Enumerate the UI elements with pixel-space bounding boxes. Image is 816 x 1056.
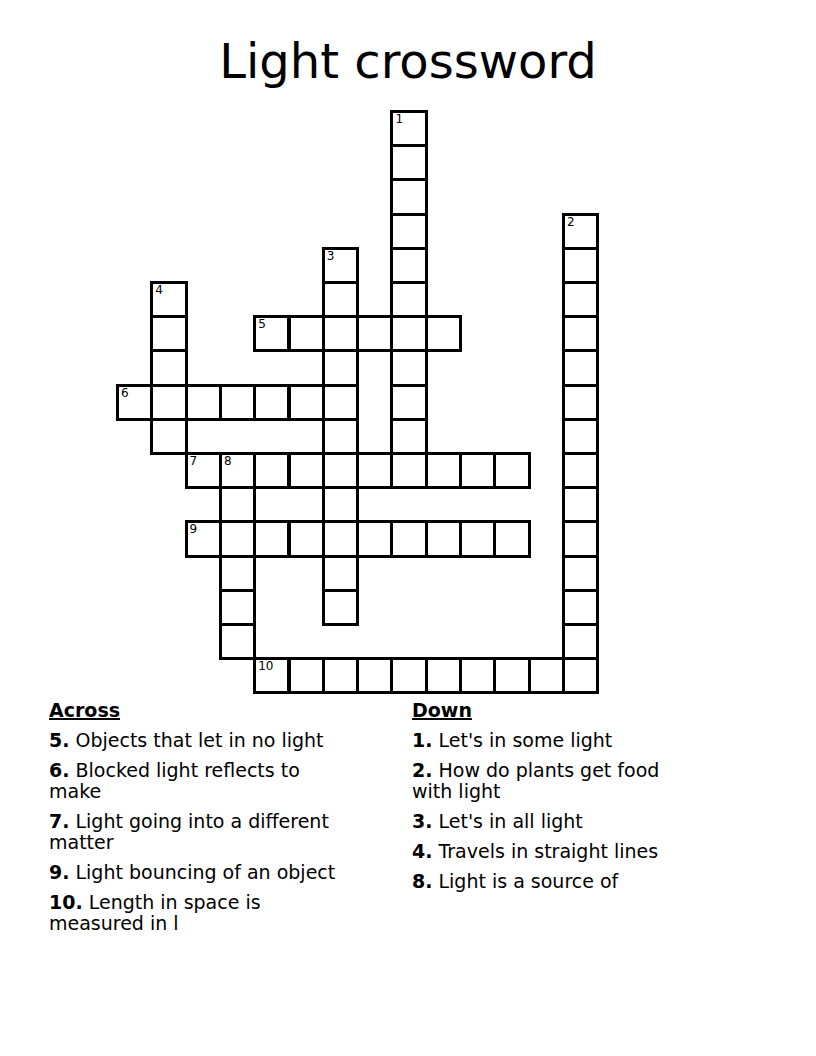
clue-item: 10. Length in space is measured in l — [49, 892, 345, 934]
grid-cell[interactable] — [150, 418, 187, 455]
cell-number: 9 — [190, 523, 198, 536]
clue-item: 7. Light going into a different matter — [49, 811, 345, 853]
grid-cell[interactable] — [425, 315, 462, 352]
grid-cell[interactable] — [356, 657, 393, 694]
grid-cell[interactable] — [459, 452, 496, 489]
grid-cell[interactable]: 6 — [116, 384, 153, 421]
grid-cell[interactable] — [562, 555, 599, 592]
grid-cell[interactable] — [390, 315, 427, 352]
clue-item: 8. Light is a source of — [412, 871, 692, 892]
grid-cell[interactable] — [562, 486, 599, 523]
grid-cell[interactable] — [562, 384, 599, 421]
clue-number: 1. — [412, 729, 432, 751]
grid-cell[interactable] — [322, 657, 359, 694]
grid-cell[interactable]: 7 — [185, 452, 222, 489]
grid-cell[interactable] — [219, 384, 256, 421]
crossword-worksheet: { "title": "Light crossword", "game": "c… — [0, 0, 816, 1056]
grid-cell[interactable] — [562, 418, 599, 455]
clue-number: 5. — [49, 729, 69, 751]
grid-cell[interactable] — [390, 178, 427, 215]
cell-number: 3 — [327, 250, 335, 263]
grid-cell[interactable] — [562, 657, 599, 694]
grid-cell[interactable] — [562, 623, 599, 660]
grid-cell[interactable] — [390, 247, 427, 284]
cell-number: 4 — [155, 284, 163, 297]
grid-cell[interactable] — [322, 349, 359, 386]
down-header: Down — [412, 700, 692, 721]
grid-cell[interactable] — [288, 384, 325, 421]
grid-cell[interactable] — [322, 589, 359, 626]
cell-number: 6 — [121, 387, 129, 400]
grid-cell[interactable]: 3 — [322, 247, 359, 284]
grid-cell[interactable] — [390, 418, 427, 455]
clue-number: 8. — [412, 870, 432, 892]
grid-cell[interactable] — [390, 384, 427, 421]
cell-number: 8 — [224, 455, 232, 468]
grid-cell[interactable] — [356, 315, 393, 352]
across-header: Across — [49, 700, 345, 721]
grid-cell[interactable] — [288, 520, 325, 557]
cell-number: 7 — [190, 455, 198, 468]
crossword-grid: 12345678910 — [116, 110, 600, 695]
grid-cell[interactable] — [322, 384, 359, 421]
grid-cell[interactable] — [219, 520, 256, 557]
down-clues-column: Down 1. Let's in some light2. How do pla… — [412, 700, 692, 901]
grid-cell[interactable] — [253, 520, 290, 557]
grid-cell[interactable] — [322, 315, 359, 352]
grid-cell[interactable]: 2 — [562, 213, 599, 250]
grid-cell[interactable] — [390, 452, 427, 489]
grid-cell[interactable] — [390, 144, 427, 181]
grid-cell[interactable] — [425, 520, 462, 557]
clue-number: 2. — [412, 759, 432, 781]
grid-cell[interactable] — [288, 315, 325, 352]
grid-cell[interactable] — [390, 281, 427, 318]
clue-number: 10. — [49, 891, 83, 913]
grid-cell[interactable] — [288, 657, 325, 694]
grid-cell[interactable] — [288, 452, 325, 489]
grid-cell[interactable] — [562, 315, 599, 352]
grid-cell[interactable] — [150, 384, 187, 421]
grid-cell[interactable] — [219, 589, 256, 626]
clue-item: 9. Light bouncing of an object — [49, 862, 345, 883]
clue-item: 5. Objects that let in no light — [49, 730, 345, 751]
clue-item: 2. How do plants get food with light — [412, 760, 692, 802]
grid-cell[interactable]: 10 — [253, 657, 290, 694]
grid-cell[interactable] — [562, 520, 599, 557]
grid-cell[interactable] — [322, 452, 359, 489]
grid-cell[interactable] — [219, 623, 256, 660]
grid-cell[interactable] — [459, 520, 496, 557]
cell-number: 1 — [395, 113, 403, 126]
cell-number: 2 — [567, 216, 575, 229]
clue-item: 4. Travels in straight lines — [412, 841, 692, 862]
grid-cell[interactable] — [562, 452, 599, 489]
grid-cell[interactable] — [459, 657, 496, 694]
grid-cell[interactable] — [219, 486, 256, 523]
grid-cell[interactable] — [322, 281, 359, 318]
grid-cell[interactable] — [185, 384, 222, 421]
grid-cell[interactable] — [390, 657, 427, 694]
clue-number: 6. — [49, 759, 69, 781]
grid-cell[interactable] — [390, 213, 427, 250]
grid-cell[interactable] — [219, 555, 256, 592]
grid-cell[interactable] — [150, 349, 187, 386]
cell-number: 5 — [258, 318, 266, 331]
clue-number: 3. — [412, 810, 432, 832]
grid-cell[interactable] — [493, 520, 530, 557]
grid-cell[interactable]: 8 — [219, 452, 256, 489]
grid-cell[interactable] — [562, 247, 599, 284]
page-title: Light crossword — [0, 33, 816, 89]
grid-cell[interactable]: 5 — [253, 315, 290, 352]
cell-number: 10 — [258, 660, 273, 673]
grid-cell[interactable] — [253, 452, 290, 489]
grid-cell[interactable] — [322, 486, 359, 523]
grid-cell[interactable] — [150, 315, 187, 352]
grid-cell[interactable] — [253, 384, 290, 421]
grid-cell[interactable] — [425, 452, 462, 489]
clue-number: 9. — [49, 861, 69, 883]
grid-cell[interactable] — [356, 452, 393, 489]
grid-cell[interactable] — [390, 349, 427, 386]
clue-item: 3. Let's in all light — [412, 811, 692, 832]
grid-cell[interactable] — [322, 520, 359, 557]
grid-cell[interactable] — [425, 657, 462, 694]
grid-cell[interactable] — [493, 452, 530, 489]
across-clues-column: Across 5. Objects that let in no light6.… — [49, 700, 345, 943]
grid-cell[interactable] — [562, 281, 599, 318]
grid-cell[interactable] — [493, 657, 530, 694]
grid-cell[interactable]: 1 — [390, 110, 427, 147]
grid-cell[interactable] — [562, 589, 599, 626]
grid-cell[interactable] — [390, 520, 427, 557]
grid-cell[interactable] — [322, 555, 359, 592]
clue-number: 4. — [412, 840, 432, 862]
clue-item: 6. Blocked light reflects to make — [49, 760, 345, 802]
grid-cell[interactable] — [528, 657, 565, 694]
grid-cell[interactable]: 4 — [150, 281, 187, 318]
grid-cell[interactable]: 9 — [185, 520, 222, 557]
grid-cell[interactable] — [356, 520, 393, 557]
across-clue-list: 5. Objects that let in no light6. Blocke… — [49, 730, 345, 934]
clue-item: 1. Let's in some light — [412, 730, 692, 751]
grid-cell[interactable] — [322, 418, 359, 455]
grid-cell[interactable] — [562, 349, 599, 386]
down-clue-list: 1. Let's in some light2. How do plants g… — [412, 730, 692, 892]
clue-number: 7. — [49, 810, 69, 832]
